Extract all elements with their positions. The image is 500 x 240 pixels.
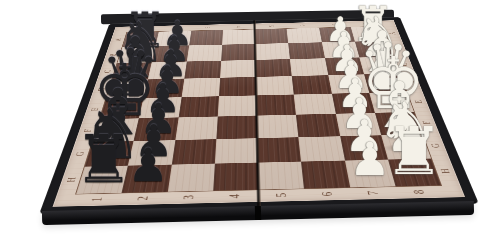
square-d3: [181, 78, 220, 98]
rank-label-far-8: 8: [362, 23, 370, 25]
file-label-right-G: G: [429, 143, 441, 148]
rank-label-far-4: 4: [235, 26, 242, 28]
square-b1: [117, 46, 155, 63]
file-label-left-F: F: [82, 129, 93, 132]
square-a8: [351, 26, 388, 41]
square-c5: [256, 59, 292, 77]
rank-label-near-4: 4: [229, 194, 243, 199]
square-g6: [299, 136, 345, 161]
square-h5: [258, 161, 304, 189]
square-e1: [100, 98, 144, 119]
square-h8: [388, 158, 441, 186]
square-e2: [139, 97, 181, 118]
file-label-left-E: E: [89, 107, 100, 110]
rank-label-near-3: 3: [182, 195, 196, 200]
square-a7: [319, 27, 355, 42]
file-label-right-C: C: [399, 63, 409, 66]
square-h3: [167, 163, 214, 191]
square-g5: [257, 137, 301, 162]
square-d4: [219, 77, 257, 96]
square-g1: [85, 141, 134, 167]
square-c3: [184, 61, 221, 79]
square-b2: [152, 46, 189, 63]
file-label-right-A: A: [387, 32, 396, 35]
rank-label-far-6: 6: [298, 24, 306, 26]
square-c4: [220, 60, 256, 78]
square-g3: [171, 139, 216, 165]
square-g7: [340, 135, 388, 160]
file-label-right-H: H: [439, 169, 452, 174]
square-b8: [355, 41, 394, 57]
file-label-right-F: F: [421, 121, 432, 124]
square-d7: [328, 74, 369, 93]
square-f6: [296, 114, 340, 137]
rank-label-far-2: 2: [172, 27, 180, 29]
square-c6: [290, 58, 328, 76]
square-h2: [122, 164, 172, 192]
square-a5: [255, 29, 289, 44]
square-f5: [257, 115, 299, 138]
square-f7: [335, 113, 380, 136]
square-e5: [256, 95, 296, 116]
rank-label-far-3: 3: [203, 27, 211, 29]
file-label-right-B: B: [393, 47, 403, 50]
rank-label-near-5: 5: [275, 193, 289, 198]
rank-label-near-7: 7: [367, 191, 382, 196]
rank-label-far-5: 5: [267, 25, 274, 27]
square-e4: [218, 95, 257, 116]
square-d2: [144, 78, 184, 98]
square-f1: [93, 118, 139, 141]
file-label-left-B: B: [108, 54, 117, 57]
square-a4: [222, 29, 255, 44]
square-f2: [134, 118, 178, 141]
square-e8: [369, 92, 414, 113]
square-h6: [301, 160, 350, 188]
square-c7: [325, 57, 364, 75]
file-label-left-D: D: [96, 88, 106, 92]
square-g8: [381, 134, 431, 159]
square-e6: [294, 94, 335, 115]
chess-board: 1234567812345678HGFEDCBAHGFEDCBA: [39, 17, 479, 214]
square-b7: [322, 42, 360, 58]
square-b3: [186, 45, 222, 62]
square-b4: [221, 44, 256, 61]
square-e3: [178, 96, 219, 117]
square-h4: [213, 162, 259, 190]
square-g4: [215, 138, 258, 164]
square-h1: [76, 165, 128, 193]
square-f4: [216, 116, 257, 139]
square-h7: [344, 159, 395, 187]
square-b5: [255, 43, 290, 60]
square-d1: [106, 79, 148, 99]
square-a2: [156, 31, 191, 46]
square-c2: [148, 61, 186, 79]
rank-label-far-7: 7: [330, 24, 338, 26]
square-a6: [287, 28, 322, 43]
file-label-right-D: D: [406, 80, 417, 84]
file-label-right-E: E: [413, 100, 424, 103]
file-label-left-H: H: [65, 177, 78, 182]
square-c8: [359, 56, 400, 74]
square-a1: [122, 32, 159, 47]
rank-label-near-1: 1: [90, 197, 105, 202]
square-d6: [292, 75, 332, 94]
square-f3: [175, 117, 218, 140]
square-b6: [288, 42, 324, 59]
rank-label-near-8: 8: [413, 190, 428, 195]
rank-label-far-1: 1: [140, 28, 148, 30]
square-d5: [256, 76, 294, 95]
chess-set-photo: 1234567812345678HGFEDCBAHGFEDCBA ♜♟♟♜♞♟♟…: [0, 0, 500, 240]
file-label-left-C: C: [102, 70, 112, 73]
file-label-left-A: A: [113, 38, 122, 41]
square-e7: [331, 93, 374, 114]
rank-label-near-6: 6: [321, 192, 335, 197]
square-f8: [375, 112, 422, 135]
square-g2: [128, 140, 175, 166]
hinge-gap: [255, 206, 261, 220]
rank-label-near-2: 2: [136, 196, 150, 201]
square-c1: [112, 62, 152, 80]
square-a3: [189, 30, 223, 45]
file-label-left-G: G: [74, 152, 86, 157]
square-d8: [364, 73, 407, 92]
